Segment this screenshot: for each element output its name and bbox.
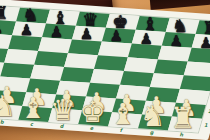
- piece-white-queen[interactable]: ♛: [48, 96, 78, 125]
- board-grid: ♜♞♝♛♚♝♞♜♟♟♟♟♟♟♟♟♟♟♟♟♟♟♟♟♜♞♝♛♚♝♞♜: [0, 6, 210, 133]
- square-h1[interactable]: ♜: [168, 117, 202, 133]
- piece-white-king[interactable]: ♚: [78, 98, 108, 127]
- file-label-h: h: [179, 132, 184, 137]
- piece-white-bishop[interactable]: ♝: [18, 94, 48, 123]
- chess-set-photo: ԱԶԱՏՈՒ ♜♞♝♛♚♝♞♜♟♟♟♟♟♟♟♟♟♟♟♟♟♟♟♟♜♞♝♛♚♝♞♜ …: [0, 0, 210, 140]
- piece-white-knight[interactable]: ♞: [137, 102, 167, 131]
- rank-label-2: 2: [208, 109, 210, 114]
- piece-white-knight[interactable]: ♞: [0, 92, 18, 121]
- piece-white-bishop[interactable]: ♝: [108, 100, 138, 129]
- piece-white-rook[interactable]: ♜: [167, 104, 197, 133]
- chess-board: ♜♞♝♛♚♝♞♜♟♟♟♟♟♟♟♟♟♟♟♟♟♟♟♟♜♞♝♛♚♝♞♜ abcdefg…: [0, 0, 210, 140]
- dark-edge-shadow: [150, 0, 210, 10]
